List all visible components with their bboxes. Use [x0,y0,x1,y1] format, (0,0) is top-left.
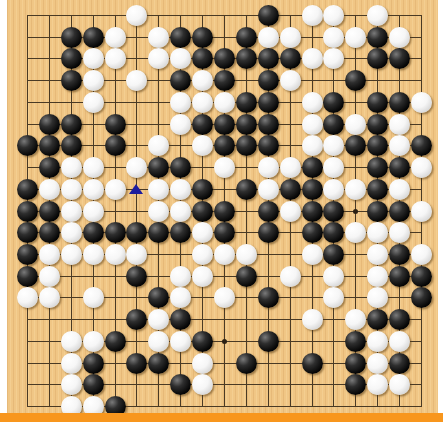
stone-white[interactable] [367,331,388,352]
stone-black[interactable] [258,70,279,91]
stone-white[interactable] [302,92,323,113]
stone-white[interactable] [126,244,147,265]
stone-black[interactable] [39,222,60,243]
page-background [0,0,443,422]
stone-black[interactable] [367,135,388,156]
stone-white[interactable] [61,179,82,200]
board-bottom-bar [0,413,443,422]
stone-black[interactable] [148,353,169,374]
stone-white[interactable] [61,222,82,243]
stone-white[interactable] [170,331,191,352]
stone-white[interactable] [389,27,410,48]
stone-black[interactable] [389,244,410,265]
stone-black[interactable] [61,135,82,156]
stone-black[interactable] [258,48,279,69]
stone-white[interactable] [83,244,104,265]
stone-white[interactable] [83,201,104,222]
stone-white[interactable] [105,244,126,265]
stone-black[interactable] [192,48,213,69]
stone-white[interactable] [192,374,213,395]
stone-white[interactable] [214,92,235,113]
stone-black[interactable] [236,27,257,48]
stone-black[interactable] [236,266,257,287]
stone-white[interactable] [192,70,213,91]
stone-black[interactable] [411,135,432,156]
stone-white[interactable] [323,5,344,26]
grid-line-horizontal [27,15,422,16]
stone-black[interactable] [214,135,235,156]
stone-black[interactable] [192,179,213,200]
stone-black[interactable] [258,222,279,243]
stone-black[interactable] [389,353,410,374]
stone-white[interactable] [170,179,191,200]
stone-black[interactable] [61,114,82,135]
stone-black[interactable] [302,353,323,374]
stone-white[interactable] [105,27,126,48]
stone-white[interactable] [302,114,323,135]
stone-black[interactable] [389,266,410,287]
stone-white[interactable] [148,179,169,200]
stone-black[interactable] [258,287,279,308]
stone-black[interactable] [258,92,279,113]
stone-white[interactable] [170,266,191,287]
stone-black[interactable] [61,27,82,48]
stone-black[interactable] [367,27,388,48]
stone-white[interactable] [302,309,323,330]
stone-white[interactable] [61,374,82,395]
stone-black[interactable] [236,114,257,135]
stone-black[interactable] [367,201,388,222]
stone-white[interactable] [170,48,191,69]
stone-black[interactable] [411,266,432,287]
stone-black[interactable] [236,48,257,69]
stone-black[interactable] [17,201,38,222]
stone-white[interactable] [258,27,279,48]
stone-black[interactable] [83,222,104,243]
stone-black[interactable] [214,114,235,135]
stone-black[interactable] [367,48,388,69]
stone-black[interactable] [105,331,126,352]
stone-black[interactable] [83,374,104,395]
stone-black[interactable] [280,48,301,69]
stone-black[interactable] [236,135,257,156]
stone-black[interactable] [126,266,147,287]
stone-white[interactable] [345,222,366,243]
stone-black[interactable] [170,70,191,91]
stone-white[interactable] [345,114,366,135]
stone-white[interactable] [389,222,410,243]
stone-black[interactable] [323,244,344,265]
stone-black[interactable] [345,331,366,352]
stone-white[interactable] [367,266,388,287]
stone-white[interactable] [83,179,104,200]
go-board[interactable] [7,0,438,414]
stone-black[interactable] [323,92,344,113]
stone-black[interactable] [214,70,235,91]
stone-black[interactable] [192,114,213,135]
stone-white[interactable] [126,157,147,178]
stone-black[interactable] [389,201,410,222]
stone-white[interactable] [345,27,366,48]
stone-black[interactable] [39,201,60,222]
stone-white[interactable] [302,5,323,26]
stone-white[interactable] [170,114,191,135]
stone-black[interactable] [367,92,388,113]
stone-white[interactable] [345,309,366,330]
stone-white[interactable] [83,287,104,308]
stone-black[interactable] [236,92,257,113]
stone-white[interactable] [302,48,323,69]
stone-black[interactable] [148,222,169,243]
stone-black[interactable] [302,157,323,178]
stone-white[interactable] [83,70,104,91]
stone-white[interactable] [367,222,388,243]
stone-black[interactable] [17,135,38,156]
stone-white[interactable] [323,48,344,69]
stone-white[interactable] [323,135,344,156]
stone-white[interactable] [39,244,60,265]
stone-white[interactable] [17,287,38,308]
stone-black[interactable] [258,114,279,135]
stone-black[interactable] [280,179,301,200]
stone-white[interactable] [367,353,388,374]
stone-black[interactable] [367,179,388,200]
triangle-marker [129,184,143,194]
stone-black[interactable] [302,179,323,200]
stone-white[interactable] [105,48,126,69]
stone-white[interactable] [148,48,169,69]
stone-white[interactable] [170,287,191,308]
stone-black[interactable] [105,114,126,135]
stone-white[interactable] [126,70,147,91]
stone-white[interactable] [192,353,213,374]
stone-white[interactable] [411,244,432,265]
stone-black[interactable] [148,157,169,178]
stone-white[interactable] [105,179,126,200]
stone-black[interactable] [126,353,147,374]
stone-black[interactable] [126,309,147,330]
stone-black[interactable] [258,5,279,26]
stone-white[interactable] [280,266,301,287]
stone-black[interactable] [302,222,323,243]
stone-black[interactable] [411,287,432,308]
stone-white[interactable] [280,70,301,91]
stone-black[interactable] [345,70,366,91]
stone-black[interactable] [323,201,344,222]
stone-black[interactable] [192,27,213,48]
stone-white[interactable] [302,244,323,265]
stone-white[interactable] [302,135,323,156]
stone-black[interactable] [345,353,366,374]
stone-white[interactable] [214,287,235,308]
stone-black[interactable] [389,309,410,330]
stone-white[interactable] [214,157,235,178]
stone-white[interactable] [192,266,213,287]
stone-black[interactable] [17,266,38,287]
stone-black[interactable] [39,157,60,178]
stone-white[interactable] [39,179,60,200]
stone-black[interactable] [214,201,235,222]
stone-white[interactable] [367,287,388,308]
stone-black[interactable] [323,114,344,135]
stone-black[interactable] [170,157,191,178]
stone-black[interactable] [148,287,169,308]
stone-black[interactable] [17,179,38,200]
stone-black[interactable] [258,135,279,156]
stone-white[interactable] [367,244,388,265]
stone-black[interactable] [389,92,410,113]
stone-white[interactable] [83,92,104,113]
stone-black[interactable] [17,222,38,243]
stone-white[interactable] [389,179,410,200]
stone-white[interactable] [83,48,104,69]
stone-white[interactable] [389,135,410,156]
stone-black[interactable] [236,353,257,374]
stone-white[interactable] [214,244,235,265]
stone-white[interactable] [411,92,432,113]
stone-black[interactable] [389,48,410,69]
stone-white[interactable] [323,27,344,48]
stone-white[interactable] [389,114,410,135]
stone-white[interactable] [192,92,213,113]
star-point [222,339,227,344]
stone-white[interactable] [258,179,279,200]
stone-white[interactable] [61,201,82,222]
stone-white[interactable] [411,157,432,178]
stone-black[interactable] [258,201,279,222]
stone-white[interactable] [323,287,344,308]
stone-white[interactable] [39,266,60,287]
stone-black[interactable] [170,374,191,395]
star-point [353,209,358,214]
stone-black[interactable] [61,48,82,69]
stone-white[interactable] [367,5,388,26]
stone-black[interactable] [39,135,60,156]
stone-black[interactable] [389,157,410,178]
stone-black[interactable] [367,157,388,178]
stone-black[interactable] [105,222,126,243]
stone-white[interactable] [39,287,60,308]
stone-white[interactable] [367,374,388,395]
stone-black[interactable] [345,374,366,395]
stone-white[interactable] [280,201,301,222]
stone-black[interactable] [192,201,213,222]
stone-white[interactable] [192,135,213,156]
stone-white[interactable] [192,244,213,265]
stone-black[interactable] [83,353,104,374]
stone-black[interactable] [236,179,257,200]
stone-black[interactable] [367,114,388,135]
stone-white[interactable] [148,309,169,330]
stone-white[interactable] [83,157,104,178]
stone-white[interactable] [389,331,410,352]
stone-black[interactable] [345,135,366,156]
stone-white[interactable] [236,244,257,265]
stone-black[interactable] [105,135,126,156]
stone-black[interactable] [170,27,191,48]
stone-white[interactable] [323,266,344,287]
stone-black[interactable] [170,222,191,243]
stone-black[interactable] [170,309,191,330]
stone-black[interactable] [126,222,147,243]
stone-white[interactable] [411,201,432,222]
stone-white[interactable] [126,5,147,26]
stone-black[interactable] [61,70,82,91]
stone-black[interactable] [192,331,213,352]
stone-black[interactable] [302,201,323,222]
stone-black[interactable] [258,331,279,352]
stone-white[interactable] [258,157,279,178]
stone-white[interactable] [389,374,410,395]
stone-white[interactable] [280,27,301,48]
stone-white[interactable] [148,135,169,156]
stone-white[interactable] [61,157,82,178]
stone-white[interactable] [192,222,213,243]
grid-line-horizontal [27,276,422,277]
stone-white[interactable] [61,353,82,374]
stone-black[interactable] [39,114,60,135]
stone-white[interactable] [323,157,344,178]
stone-black[interactable] [214,48,235,69]
stone-white[interactable] [323,179,344,200]
stone-white[interactable] [61,244,82,265]
stone-white[interactable] [83,331,104,352]
stone-white[interactable] [148,27,169,48]
stone-black[interactable] [83,27,104,48]
stone-black[interactable] [367,309,388,330]
stone-black[interactable] [323,222,344,243]
stone-white[interactable] [61,331,82,352]
stone-white[interactable] [148,201,169,222]
stone-white[interactable] [170,92,191,113]
stone-white[interactable] [280,157,301,178]
stone-white[interactable] [148,331,169,352]
stone-white[interactable] [345,179,366,200]
stone-black[interactable] [214,222,235,243]
stone-black[interactable] [17,244,38,265]
stone-white[interactable] [170,201,191,222]
